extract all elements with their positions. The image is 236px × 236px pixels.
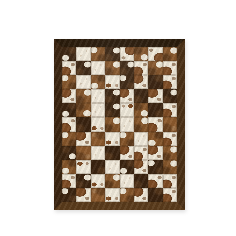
patch-cell-r11-c6 [134, 188, 148, 202]
patch-cell-r11-c4 [105, 188, 119, 202]
patch-cell-r8-c8 [163, 146, 177, 160]
patch-cell-r9-c4 [105, 160, 119, 174]
patch-cell-r3-c8 [163, 75, 177, 89]
patch-cell-r3-c3 [91, 75, 105, 89]
patch-cell-r7-c4 [105, 132, 119, 146]
patch-cell-r6-c5 [120, 117, 134, 131]
patch-cell-r8-c3 [91, 146, 105, 160]
patch-cell-r9-c3 [91, 160, 105, 174]
patch-cell-r7-c6 [134, 132, 148, 146]
patch-cell-r5-c5 [120, 103, 134, 117]
patch-cell-r11-c8 [163, 188, 177, 202]
patch-cell-r6-c3 [91, 117, 105, 131]
patch-cell-r4-c8 [163, 89, 177, 103]
patch-cell-r9-c5 [120, 160, 134, 174]
patch-cell-r10-c5 [120, 174, 134, 188]
patch-cell-r4-c2 [76, 89, 90, 103]
patch-cell-r3-c7 [148, 75, 162, 89]
patch-cell-r1-c3 [91, 47, 105, 61]
patch-cell-r4-c4 [105, 89, 119, 103]
patch-cell-r4-c3 [91, 89, 105, 103]
patch-cell-r5-c3 [91, 103, 105, 117]
patch-cell-r2-c4 [105, 61, 119, 75]
patch-cell-r9-c8 [163, 160, 177, 174]
patch-cell-r6-c4 [105, 117, 119, 131]
patch-cell-r1-c5 [120, 47, 134, 61]
patch-cell-r2-c5 [120, 61, 134, 75]
patch-cell-r3-c4 [105, 75, 119, 89]
patch-cell-r10-c6 [134, 174, 148, 188]
patch-cell-r7-c2 [76, 132, 90, 146]
patch-cell-r6-c1 [62, 117, 76, 131]
patch-cell-r8-c2 [76, 146, 90, 160]
patch-cell-r7-c7 [148, 132, 162, 146]
patch-cell-r10-c8 [163, 174, 177, 188]
patch-cell-r5-c2 [76, 103, 90, 117]
patch-cell-r4-c7 [148, 89, 162, 103]
patch-cell-r4-c5 [120, 89, 134, 103]
patch-cell-r9-c2 [76, 160, 90, 174]
patch-cell-r3-c6 [134, 75, 148, 89]
patch-cell-r11-c5 [120, 188, 134, 202]
patch-cell-r6-c2 [76, 117, 90, 131]
patch-cell-r2-c3 [91, 61, 105, 75]
patch-cell-r2-c1 [62, 61, 76, 75]
patch-cell-r8-c4 [105, 146, 119, 160]
patch-cell-r11-c7 [148, 188, 162, 202]
patch-cell-r5-c6 [134, 103, 148, 117]
patch-cell-r1-c4 [105, 47, 119, 61]
patch-cell-r11-c3 [91, 188, 105, 202]
patch-cell-r8-c7 [148, 146, 162, 160]
patch-cell-r11-c2 [76, 188, 90, 202]
patch-cell-r4-c6 [134, 89, 148, 103]
patch-cell-r2-c7 [148, 61, 162, 75]
patch-cell-r10-c4 [105, 174, 119, 188]
patch-cell-r5-c1 [62, 103, 76, 117]
patch-grid [62, 47, 177, 202]
patch-cell-r8-c6 [134, 146, 148, 160]
patch-cell-r10-c2 [76, 174, 90, 188]
product-photo-background [0, 0, 236, 236]
patch-cell-r3-c2 [76, 75, 90, 89]
patch-cell-r3-c1 [62, 75, 76, 89]
patch-cell-r7-c1 [62, 132, 76, 146]
patch-cell-r7-c8 [163, 132, 177, 146]
patch-cell-r2-c6 [134, 61, 148, 75]
patch-cell-r7-c3 [91, 132, 105, 146]
patch-cell-r9-c7 [148, 160, 162, 174]
patch-cell-r3-c5 [120, 75, 134, 89]
patch-cell-r1-c2 [76, 47, 90, 61]
patch-cell-r9-c1 [62, 160, 76, 174]
patch-cell-r6-c8 [163, 117, 177, 131]
patch-cell-r2-c2 [76, 61, 90, 75]
patch-cell-r6-c7 [148, 117, 162, 131]
patch-cell-r6-c6 [134, 117, 148, 131]
patch-cell-r1-c8 [163, 47, 177, 61]
patch-cell-r10-c1 [62, 174, 76, 188]
patch-cell-r5-c4 [105, 103, 119, 117]
patch-cell-r8-c5 [120, 146, 134, 160]
cowhide-patchwork-rug [54, 39, 185, 210]
patch-cell-r1-c1 [62, 47, 76, 61]
patch-cell-r11-c1 [62, 188, 76, 202]
patch-cell-r2-c8 [163, 61, 177, 75]
patch-cell-r9-c6 [134, 160, 148, 174]
patch-cell-r5-c8 [163, 103, 177, 117]
patch-cell-r1-c7 [148, 47, 162, 61]
patch-cell-r7-c5 [120, 132, 134, 146]
patch-cell-r10-c7 [148, 174, 162, 188]
patch-cell-r8-c1 [62, 146, 76, 160]
patch-cell-r5-c7 [148, 103, 162, 117]
patch-cell-r4-c1 [62, 89, 76, 103]
patch-cell-r10-c3 [91, 174, 105, 188]
patch-cell-r1-c6 [134, 47, 148, 61]
